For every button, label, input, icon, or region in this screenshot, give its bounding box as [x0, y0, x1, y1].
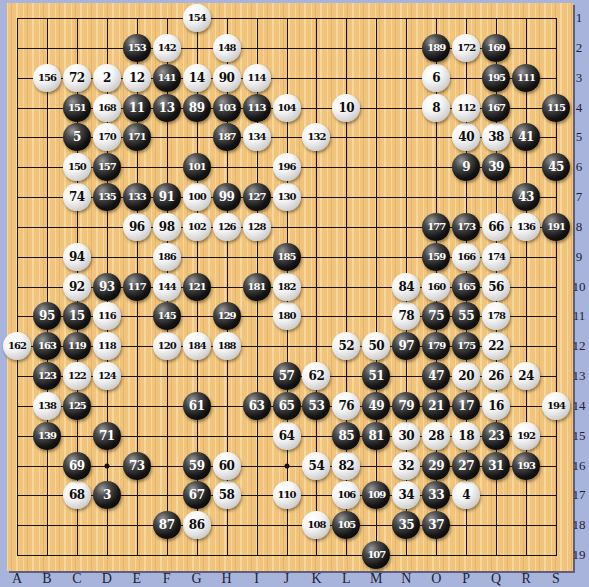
stone-move-number: 195: [487, 73, 505, 83]
stone-move-number: 182: [278, 282, 296, 292]
grid-line-vertical: [376, 18, 377, 556]
stone-black-J14: 65: [273, 392, 301, 420]
stone-white-R13: 24: [512, 362, 540, 390]
row-label-11: 11: [570, 309, 588, 323]
stone-move-number: 126: [218, 222, 236, 232]
column-label-D: D: [97, 572, 117, 587]
stone-move-number: 41: [518, 131, 534, 143]
stone-move-number: 26: [488, 370, 504, 382]
stone-black-R16: 193: [512, 452, 540, 480]
stone-move-number: 64: [279, 430, 295, 442]
stone-move-number: 187: [218, 132, 236, 142]
stone-move-number: 171: [128, 132, 146, 142]
stone-move-number: 4: [462, 489, 470, 501]
stone-black-G10: 121: [183, 273, 211, 301]
stone-move-number: 123: [38, 371, 56, 381]
stone-move-number: 196: [278, 162, 296, 172]
stone-move-number: 62: [309, 370, 325, 382]
stone-move-number: 129: [218, 311, 236, 321]
stone-move-number: 3: [103, 489, 111, 501]
stone-move-number: 186: [158, 252, 176, 262]
stone-move-number: 101: [188, 162, 206, 172]
column-label-A: A: [7, 572, 27, 587]
go-board-frame: 2345689101112131415161718202122232426272…: [0, 0, 589, 587]
stone-white-F2: 142: [153, 34, 181, 62]
stone-black-M13: 51: [362, 362, 390, 390]
stone-move-number: 104: [278, 103, 296, 113]
stone-black-E16: 73: [123, 452, 151, 480]
column-label-L: L: [336, 572, 356, 587]
stone-white-I5: 134: [243, 123, 271, 151]
stone-move-number: 58: [219, 489, 235, 501]
stone-black-F3: 141: [153, 64, 181, 92]
stone-move-number: 124: [98, 371, 116, 381]
stone-white-P4: 112: [452, 94, 480, 122]
stone-move-number: 86: [189, 519, 205, 531]
stone-black-O14: 21: [422, 392, 450, 420]
row-label-9: 9: [570, 250, 588, 264]
stone-move-number: 71: [99, 430, 115, 442]
stone-move-number: 69: [69, 460, 85, 472]
stone-black-M17: 109: [362, 481, 390, 509]
row-label-16: 16: [570, 459, 588, 473]
stone-move-number: 67: [189, 489, 205, 501]
stone-black-O2: 189: [422, 34, 450, 62]
stone-black-D6: 157: [93, 153, 121, 181]
stone-black-S4: 115: [542, 94, 570, 122]
stone-black-B13: 123: [33, 362, 61, 390]
stone-move-number: 31: [488, 460, 504, 472]
stone-black-E7: 133: [123, 183, 151, 211]
stone-white-J7: 130: [273, 183, 301, 211]
stone-move-number: 180: [278, 311, 296, 321]
column-label-I: I: [247, 572, 267, 587]
stone-move-number: 159: [427, 252, 445, 262]
stone-black-E5: 171: [123, 123, 151, 151]
stone-move-number: 167: [487, 103, 505, 113]
stone-move-number: 68: [69, 489, 85, 501]
stone-move-number: 135: [98, 192, 116, 202]
stone-white-E3: 12: [123, 64, 151, 92]
stone-move-number: 170: [98, 132, 116, 142]
stone-move-number: 6: [432, 72, 440, 84]
stone-move-number: 160: [427, 282, 445, 292]
stone-move-number: 166: [457, 252, 475, 262]
stone-white-R8: 136: [512, 213, 540, 241]
stone-move-number: 122: [68, 371, 86, 381]
stone-black-P8: 173: [452, 213, 480, 241]
stone-move-number: 22: [488, 340, 504, 352]
stone-black-R3: 111: [512, 64, 540, 92]
stone-move-number: 100: [188, 192, 206, 202]
row-label-7: 7: [570, 190, 588, 204]
stone-move-number: 138: [38, 401, 56, 411]
stone-move-number: 5: [73, 131, 81, 143]
column-label-J: J: [277, 572, 297, 587]
stone-move-number: 29: [428, 460, 444, 472]
stone-move-number: 141: [158, 73, 176, 83]
stone-black-I14: 63: [243, 392, 271, 420]
stone-black-E4: 11: [123, 94, 151, 122]
stone-black-L15: 85: [332, 422, 360, 450]
stone-move-number: 13: [159, 102, 175, 114]
stone-black-G16: 59: [183, 452, 211, 480]
stone-white-Q8: 66: [482, 213, 510, 241]
stone-move-number: 179: [427, 341, 445, 351]
stone-move-number: 145: [158, 311, 176, 321]
stone-move-number: 35: [398, 519, 414, 531]
stone-white-K18: 108: [302, 511, 330, 539]
stone-move-number: 78: [398, 310, 414, 322]
stone-black-B11: 95: [33, 302, 61, 330]
stone-move-number: 106: [337, 490, 355, 500]
stone-white-H12: 188: [213, 332, 241, 360]
stone-move-number: 8: [432, 102, 440, 114]
stone-move-number: 56: [488, 281, 504, 293]
stone-white-K5: 132: [302, 123, 330, 151]
stone-move-number: 133: [128, 192, 146, 202]
stone-black-D17: 3: [93, 481, 121, 509]
stone-move-number: 34: [398, 489, 414, 501]
stone-white-Q9: 174: [482, 243, 510, 271]
stone-move-number: 49: [368, 400, 384, 412]
row-label-3: 3: [570, 71, 588, 85]
stone-black-C4: 151: [63, 94, 91, 122]
stone-black-I7: 127: [243, 183, 271, 211]
stone-black-O13: 47: [422, 362, 450, 390]
stone-white-D13: 124: [93, 362, 121, 390]
stone-move-number: 172: [457, 43, 475, 53]
stone-black-F7: 91: [153, 183, 181, 211]
stone-move-number: 120: [158, 341, 176, 351]
grid-line-vertical: [47, 18, 48, 556]
stone-move-number: 107: [367, 550, 385, 560]
stone-move-number: 116: [98, 311, 116, 321]
stone-move-number: 87: [159, 519, 175, 531]
column-label-B: B: [37, 572, 57, 587]
stone-white-Q11: 178: [482, 302, 510, 330]
stone-move-number: 165: [457, 282, 475, 292]
stone-move-number: 174: [487, 252, 505, 262]
stone-white-Q12: 22: [482, 332, 510, 360]
stone-white-J15: 64: [273, 422, 301, 450]
stone-move-number: 21: [428, 400, 444, 412]
stone-move-number: 33: [428, 489, 444, 501]
stone-move-number: 81: [368, 430, 384, 442]
stone-black-O17: 33: [422, 481, 450, 509]
stone-move-number: 38: [488, 131, 504, 143]
stone-black-H4: 103: [213, 94, 241, 122]
column-label-Q: Q: [486, 572, 506, 587]
row-label-2: 2: [570, 41, 588, 55]
stone-move-number: 111: [517, 73, 535, 83]
stone-white-N15: 30: [392, 422, 420, 450]
stone-black-D15: 71: [93, 422, 121, 450]
stone-white-B14: 138: [33, 392, 61, 420]
stone-black-Q6: 39: [482, 153, 510, 181]
stone-move-number: 63: [249, 400, 265, 412]
row-label-1: 1: [570, 11, 588, 25]
stone-black-Q15: 23: [482, 422, 510, 450]
stone-white-D5: 170: [93, 123, 121, 151]
stone-white-Q10: 56: [482, 273, 510, 301]
stone-move-number: 40: [458, 131, 474, 143]
stone-white-Q5: 38: [482, 123, 510, 151]
stone-move-number: 27: [458, 460, 474, 472]
stone-move-number: 74: [69, 191, 85, 203]
stone-move-number: 91: [159, 191, 175, 203]
stone-move-number: 57: [279, 370, 295, 382]
row-label-15: 15: [570, 429, 588, 443]
stone-white-C7: 74: [63, 183, 91, 211]
stone-white-K13: 62: [302, 362, 330, 390]
stone-black-I4: 113: [243, 94, 271, 122]
stone-black-D10: 93: [93, 273, 121, 301]
column-label-E: E: [127, 572, 147, 587]
stone-move-number: 92: [69, 281, 85, 293]
stone-white-P17: 4: [452, 481, 480, 509]
stone-move-number: 18: [458, 430, 474, 442]
stone-black-O18: 37: [422, 511, 450, 539]
stone-move-number: 148: [218, 43, 236, 53]
stone-move-number: 189: [427, 43, 445, 53]
stone-black-D7: 135: [93, 183, 121, 211]
stone-white-P9: 166: [452, 243, 480, 271]
stone-white-C9: 94: [63, 243, 91, 271]
stone-white-I8: 128: [243, 213, 271, 241]
stone-white-L14: 76: [332, 392, 360, 420]
column-label-S: S: [546, 572, 566, 587]
stone-white-Q14: 16: [482, 392, 510, 420]
row-label-13: 13: [570, 369, 588, 383]
stone-black-P16: 27: [452, 452, 480, 480]
go-board: 2345689101112131415161718202122232426272…: [7, 3, 573, 571]
stone-white-O10: 160: [422, 273, 450, 301]
stone-move-number: 99: [219, 191, 235, 203]
stone-move-number: 136: [517, 222, 535, 232]
stone-white-O3: 6: [422, 64, 450, 92]
stone-move-number: 2: [103, 72, 111, 84]
stone-move-number: 79: [398, 400, 414, 412]
stone-move-number: 169: [487, 43, 505, 53]
stone-black-I10: 181: [243, 273, 271, 301]
stone-move-number: 157: [98, 162, 116, 172]
stone-white-N17: 34: [392, 481, 420, 509]
stone-move-number: 9: [462, 161, 470, 173]
stone-move-number: 60: [219, 460, 235, 472]
stone-move-number: 192: [517, 431, 535, 441]
stone-move-number: 93: [99, 281, 115, 293]
stone-white-H8: 126: [213, 213, 241, 241]
stone-white-L12: 52: [332, 332, 360, 360]
stone-move-number: 112: [457, 103, 475, 113]
stone-move-number: 103: [218, 103, 236, 113]
star-point-D16: [104, 463, 109, 468]
column-label-G: G: [187, 572, 207, 587]
stone-white-H17: 58: [213, 481, 241, 509]
stone-move-number: 153: [128, 43, 146, 53]
stone-white-C10: 92: [63, 273, 91, 301]
stone-white-J10: 182: [273, 273, 301, 301]
stone-white-P2: 172: [452, 34, 480, 62]
stone-move-number: 184: [188, 341, 206, 351]
stone-white-H2: 148: [213, 34, 241, 62]
stone-white-G1: 154: [183, 4, 211, 32]
stone-move-number: 185: [278, 252, 296, 262]
stone-black-S8: 191: [542, 213, 570, 241]
stone-black-L18: 105: [332, 511, 360, 539]
stone-move-number: 102: [188, 222, 206, 232]
stone-move-number: 23: [488, 430, 504, 442]
stone-move-number: 194: [547, 401, 565, 411]
stone-white-G3: 14: [183, 64, 211, 92]
row-label-5: 5: [570, 130, 588, 144]
stone-move-number: 94: [69, 251, 85, 263]
stone-move-number: 97: [398, 340, 414, 352]
stone-white-Q13: 26: [482, 362, 510, 390]
stone-black-Q16: 31: [482, 452, 510, 480]
stone-move-number: 117: [128, 282, 146, 292]
stone-black-P6: 9: [452, 153, 480, 181]
row-label-18: 18: [570, 518, 588, 532]
stone-white-A12: 162: [3, 332, 31, 360]
stone-move-number: 90: [219, 72, 235, 84]
stone-move-number: 162: [8, 341, 26, 351]
stone-white-F8: 98: [153, 213, 181, 241]
stone-move-number: 150: [68, 162, 86, 172]
stone-white-J17: 110: [273, 481, 301, 509]
stone-move-number: 61: [189, 400, 205, 412]
stone-white-D12: 118: [93, 332, 121, 360]
stone-black-H5: 187: [213, 123, 241, 151]
stone-move-number: 178: [487, 311, 505, 321]
stone-white-F10: 144: [153, 273, 181, 301]
stone-move-number: 52: [339, 340, 355, 352]
stone-move-number: 191: [547, 222, 565, 232]
stone-white-N10: 84: [392, 273, 420, 301]
stone-move-number: 115: [547, 103, 565, 113]
stone-white-E8: 96: [123, 213, 151, 241]
stone-white-H16: 60: [213, 452, 241, 480]
stone-move-number: 59: [189, 460, 205, 472]
stone-move-number: 28: [428, 430, 444, 442]
stone-white-M12: 50: [362, 332, 390, 360]
stone-black-M19: 107: [362, 541, 390, 569]
grid-line-vertical: [17, 18, 18, 556]
stone-black-Q2: 169: [482, 34, 510, 62]
stone-white-P5: 40: [452, 123, 480, 151]
row-label-10: 10: [570, 280, 588, 294]
stone-black-C5: 5: [63, 123, 91, 151]
stone-move-number: 75: [428, 310, 444, 322]
stone-black-H11: 129: [213, 302, 241, 330]
stone-black-B12: 163: [33, 332, 61, 360]
star-point-J16: [284, 463, 289, 468]
stone-white-D4: 168: [93, 94, 121, 122]
stone-black-C16: 69: [63, 452, 91, 480]
stone-move-number: 188: [218, 341, 236, 351]
stone-move-number: 95: [39, 310, 55, 322]
stone-black-O11: 75: [422, 302, 450, 330]
stone-white-B3: 156: [33, 64, 61, 92]
stone-move-number: 16: [488, 400, 504, 412]
stone-white-L16: 82: [332, 452, 360, 480]
stone-move-number: 108: [308, 520, 326, 530]
stone-move-number: 154: [188, 13, 206, 23]
stone-black-Q3: 195: [482, 64, 510, 92]
stone-white-P15: 18: [452, 422, 480, 450]
stone-black-G17: 67: [183, 481, 211, 509]
stone-black-O12: 179: [422, 332, 450, 360]
stone-white-C17: 68: [63, 481, 91, 509]
stone-white-J4: 104: [273, 94, 301, 122]
stone-white-J11: 180: [273, 302, 301, 330]
row-label-6: 6: [570, 160, 588, 174]
stone-move-number: 14: [189, 72, 205, 84]
stone-move-number: 30: [398, 430, 414, 442]
stone-move-number: 144: [158, 282, 176, 292]
stone-move-number: 47: [428, 370, 444, 382]
stone-black-G4: 89: [183, 94, 211, 122]
stone-move-number: 12: [129, 72, 145, 84]
stone-move-number: 118: [98, 341, 116, 351]
stone-move-number: 43: [518, 191, 534, 203]
stone-move-number: 114: [248, 73, 266, 83]
stone-move-number: 53: [309, 400, 325, 412]
stone-move-number: 55: [458, 310, 474, 322]
stone-move-number: 132: [308, 132, 326, 142]
stone-move-number: 20: [458, 370, 474, 382]
stone-move-number: 66: [488, 221, 504, 233]
column-label-F: F: [157, 572, 177, 587]
stone-white-K16: 54: [302, 452, 330, 480]
stone-white-R15: 192: [512, 422, 540, 450]
stone-black-O16: 29: [422, 452, 450, 480]
stone-move-number: 10: [339, 102, 355, 114]
stone-white-G7: 100: [183, 183, 211, 211]
stone-move-number: 11: [129, 102, 145, 114]
column-label-K: K: [306, 572, 326, 587]
stone-white-L4: 10: [332, 94, 360, 122]
stone-white-O15: 28: [422, 422, 450, 450]
stone-move-number: 142: [158, 43, 176, 53]
stone-black-P11: 55: [452, 302, 480, 330]
stone-move-number: 134: [248, 132, 266, 142]
stone-black-C11: 15: [63, 302, 91, 330]
stone-white-N11: 78: [392, 302, 420, 330]
stone-move-number: 15: [69, 310, 85, 322]
stone-white-L17: 106: [332, 481, 360, 509]
stone-white-F12: 120: [153, 332, 181, 360]
stone-move-number: 24: [518, 370, 534, 382]
stone-black-N14: 79: [392, 392, 420, 420]
stone-white-O4: 8: [422, 94, 450, 122]
stone-move-number: 72: [69, 72, 85, 84]
column-label-P: P: [456, 572, 476, 587]
stone-white-C6: 150: [63, 153, 91, 181]
stone-move-number: 109: [367, 490, 385, 500]
stone-white-G18: 86: [183, 511, 211, 539]
stone-move-number: 110: [278, 490, 296, 500]
stone-black-P14: 17: [452, 392, 480, 420]
row-label-4: 4: [570, 101, 588, 115]
stone-black-E2: 153: [123, 34, 151, 62]
stone-black-O8: 177: [422, 213, 450, 241]
stone-black-O9: 159: [422, 243, 450, 271]
stone-black-N18: 35: [392, 511, 420, 539]
row-label-19: 19: [570, 548, 588, 562]
stone-black-S6: 45: [542, 153, 570, 181]
